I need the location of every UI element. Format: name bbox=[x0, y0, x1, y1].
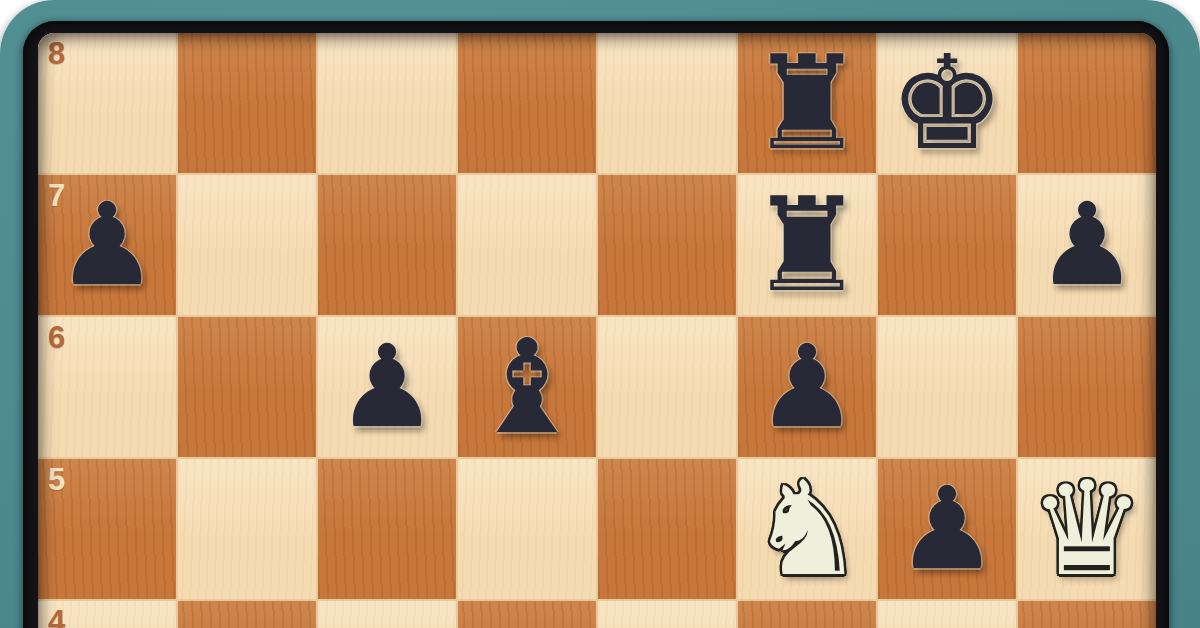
square-a7[interactable]: 7♟ bbox=[38, 175, 176, 315]
page-background: { "game": "chess", "board": { "style": "… bbox=[0, 0, 1200, 628]
square-f8[interactable]: ♜ bbox=[738, 33, 876, 173]
chess-board: 8♜♚7♟♜♟6♟♝♟5♞♟♛4 bbox=[38, 33, 1156, 628]
square-b8[interactable] bbox=[178, 33, 316, 173]
white-queen[interactable]: ♛ bbox=[1018, 459, 1156, 599]
square-a5[interactable]: 5 bbox=[38, 459, 176, 599]
square-a8[interactable]: 8 bbox=[38, 33, 176, 173]
square-h7[interactable]: ♟ bbox=[1018, 175, 1156, 315]
rank-label-4: 4 bbox=[48, 606, 65, 628]
square-h8[interactable] bbox=[1018, 33, 1156, 173]
square-a4[interactable]: 4 bbox=[38, 601, 176, 628]
square-d5[interactable] bbox=[458, 459, 596, 599]
rank-label-6: 6 bbox=[48, 322, 65, 353]
square-a6[interactable]: 6 bbox=[38, 317, 176, 457]
square-d8[interactable] bbox=[458, 33, 596, 173]
black-king[interactable]: ♚ bbox=[878, 33, 1016, 173]
square-b4[interactable] bbox=[178, 601, 316, 628]
square-h5[interactable]: ♛ bbox=[1018, 459, 1156, 599]
square-b5[interactable] bbox=[178, 459, 316, 599]
square-b7[interactable] bbox=[178, 175, 316, 315]
black-bishop[interactable]: ♝ bbox=[458, 317, 596, 457]
black-rook[interactable]: ♜ bbox=[738, 33, 876, 173]
square-e7[interactable] bbox=[598, 175, 736, 315]
square-d6[interactable]: ♝ bbox=[458, 317, 596, 457]
square-h4[interactable] bbox=[1018, 601, 1156, 628]
square-g4[interactable] bbox=[878, 601, 1016, 628]
black-rook[interactable]: ♜ bbox=[738, 175, 876, 315]
square-c7[interactable] bbox=[318, 175, 456, 315]
black-pawn[interactable]: ♟ bbox=[878, 459, 1016, 599]
square-g5[interactable]: ♟ bbox=[878, 459, 1016, 599]
square-b6[interactable] bbox=[178, 317, 316, 457]
square-g8[interactable]: ♚ bbox=[878, 33, 1016, 173]
square-g7[interactable] bbox=[878, 175, 1016, 315]
black-pawn[interactable]: ♟ bbox=[1018, 175, 1156, 315]
square-f4[interactable] bbox=[738, 601, 876, 628]
square-d7[interactable] bbox=[458, 175, 596, 315]
square-e6[interactable] bbox=[598, 317, 736, 457]
square-g6[interactable] bbox=[878, 317, 1016, 457]
square-f5[interactable]: ♞ bbox=[738, 459, 876, 599]
square-h6[interactable] bbox=[1018, 317, 1156, 457]
black-pawn[interactable]: ♟ bbox=[38, 175, 176, 315]
square-c5[interactable] bbox=[318, 459, 456, 599]
black-pawn[interactable]: ♟ bbox=[738, 317, 876, 457]
rank-label-5: 5 bbox=[48, 464, 65, 495]
square-f7[interactable]: ♜ bbox=[738, 175, 876, 315]
square-c6[interactable]: ♟ bbox=[318, 317, 456, 457]
square-c4[interactable] bbox=[318, 601, 456, 628]
square-c8[interactable] bbox=[318, 33, 456, 173]
rank-label-8: 8 bbox=[48, 38, 65, 69]
white-knight[interactable]: ♞ bbox=[738, 459, 876, 599]
square-d4[interactable] bbox=[458, 601, 596, 628]
square-f6[interactable]: ♟ bbox=[738, 317, 876, 457]
square-e4[interactable] bbox=[598, 601, 736, 628]
square-e8[interactable] bbox=[598, 33, 736, 173]
black-pawn[interactable]: ♟ bbox=[318, 317, 456, 457]
square-e5[interactable] bbox=[598, 459, 736, 599]
